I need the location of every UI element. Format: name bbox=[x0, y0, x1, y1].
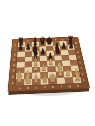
square-f2: ♟ bbox=[56, 71, 65, 77]
square-h1: ♜ bbox=[72, 77, 81, 84]
square-d6: ♟ bbox=[39, 51, 47, 56]
white-pawn-piece: ♟ bbox=[65, 68, 71, 77]
white-queen-piece: ♛ bbox=[40, 72, 48, 84]
black-pawn-piece: ♟ bbox=[40, 47, 45, 55]
square-g2: ♟ bbox=[63, 71, 72, 77]
square-e1: ♚ bbox=[48, 78, 57, 85]
black-queen-piece: ♛ bbox=[39, 35, 46, 46]
board-grid: ♜♝♛♚♜♟♟♟♟♟♟♞♟♞♝♟♝♟♟♟♞♟♟♟♟♟♜♞♝♛♚♜ bbox=[15, 41, 81, 86]
white-knight-piece: ♞ bbox=[24, 73, 32, 85]
black-pawn-piece: ♟ bbox=[18, 43, 24, 51]
black-pawn-piece: ♟ bbox=[61, 42, 66, 50]
white-pawn-piece: ♟ bbox=[48, 57, 54, 66]
black-pawn-piece: ♟ bbox=[25, 43, 30, 51]
white-rook-piece: ♜ bbox=[74, 71, 82, 83]
square-a1: ♜ bbox=[15, 79, 24, 86]
chess-board: ♜♝♛♚♜♟♟♟♟♟♟♞♟♞♝♟♝♟♟♟♞♟♟♟♟♟♜♞♝♛♚♜ abcdefg… bbox=[8, 37, 89, 91]
white-pawn-piece: ♟ bbox=[57, 68, 63, 77]
white-rook-piece: ♜ bbox=[15, 73, 23, 85]
black-king-piece: ♚ bbox=[46, 35, 53, 46]
black-pawn-piece: ♟ bbox=[69, 41, 74, 49]
square-e8: ♚ bbox=[46, 41, 53, 46]
white-bishop-piece: ♝ bbox=[32, 72, 40, 84]
square-d1: ♛ bbox=[40, 78, 49, 85]
square-b1: ♞ bbox=[24, 79, 32, 86]
square-h7: ♟ bbox=[67, 45, 75, 50]
square-c1: ♝ bbox=[32, 78, 40, 85]
square-a5 bbox=[17, 57, 25, 62]
product-photo-scene: ♜♝♛♚♜♟♟♟♟♟♟♞♟♞♝♟♝♟♟♟♞♟♟♟♟♟♜♞♝♛♚♜ abcdefg… bbox=[0, 0, 95, 126]
square-f6: ♞ bbox=[53, 50, 61, 55]
square-a7: ♟ bbox=[18, 47, 25, 52]
white-king-piece: ♚ bbox=[49, 72, 57, 84]
black-knight-piece: ♞ bbox=[54, 44, 61, 55]
